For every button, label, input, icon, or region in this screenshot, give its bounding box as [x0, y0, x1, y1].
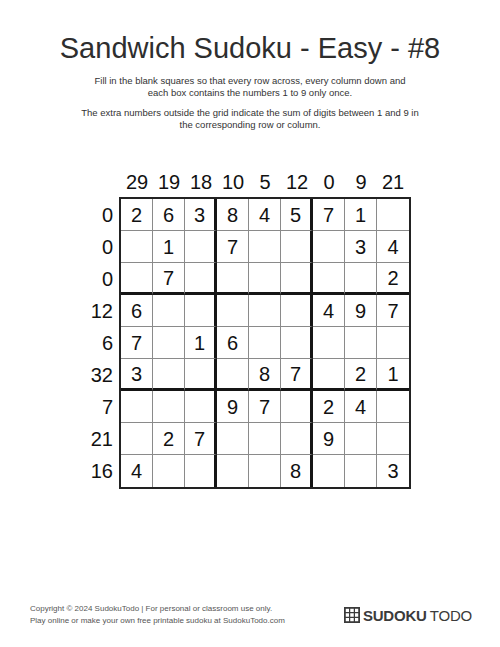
board-corner-spacer	[89, 168, 119, 197]
instruction-line: The extra numbers outside the grid indic…	[0, 107, 500, 119]
row-clue-7: 7	[89, 391, 119, 423]
cell-r1c6: 5	[281, 199, 313, 231]
cell-r6c9: 1	[377, 359, 409, 391]
cell-r7c3	[185, 391, 217, 423]
cell-r6c5: 8	[249, 359, 281, 391]
cell-r6c3	[185, 359, 217, 391]
cell-r7c8: 4	[345, 391, 377, 423]
logo-text-bold: SUDOKU	[363, 607, 427, 624]
cell-r5c6	[281, 327, 313, 359]
cell-r8c7: 9	[313, 423, 345, 455]
cell-r5c3: 1	[185, 327, 217, 359]
cell-r1c4: 8	[217, 199, 249, 231]
cell-r6c8: 2	[345, 359, 377, 391]
cell-r9c5	[249, 455, 281, 487]
instruction-line: Fill in the blank squares so that every …	[0, 75, 500, 87]
cell-r5c9	[377, 327, 409, 359]
cell-r1c8: 1	[345, 199, 377, 231]
row-clue-1: 0	[89, 199, 119, 231]
instruction-line: the corresponding row or column.	[0, 119, 500, 131]
cell-r3c9: 2	[377, 263, 409, 295]
cell-r3c1	[121, 263, 153, 295]
cell-r7c6	[281, 391, 313, 423]
cell-r3c5	[249, 263, 281, 295]
cell-r4c2	[153, 295, 185, 327]
cell-r2c8: 3	[345, 231, 377, 263]
cell-r6c4	[217, 359, 249, 391]
instructions-paragraph-1: Fill in the blank squares so that every …	[0, 75, 500, 99]
cell-r1c5: 4	[249, 199, 281, 231]
cell-r4c5	[249, 295, 281, 327]
cell-r2c3	[185, 231, 217, 263]
cell-r7c4: 9	[217, 391, 249, 423]
cell-r4c4	[217, 295, 249, 327]
cell-r2c4: 7	[217, 231, 249, 263]
cell-r2c6	[281, 231, 313, 263]
cell-r7c1	[121, 391, 153, 423]
cell-r7c7: 2	[313, 391, 345, 423]
cell-r4c6	[281, 295, 313, 327]
copyright-text: Copyright © 2024 SudokuTodo | For person…	[30, 603, 285, 627]
cell-r3c2: 7	[153, 263, 185, 295]
logo-text-light: TODO	[430, 607, 472, 624]
sudoku-grid: 263845711734726497716387219724279483	[119, 197, 411, 489]
cell-r3c8	[345, 263, 377, 295]
cell-r8c4	[217, 423, 249, 455]
cell-r8c9	[377, 423, 409, 455]
copyright-line: Copyright © 2024 SudokuTodo | For person…	[30, 603, 285, 615]
row-clue-2: 0	[89, 231, 119, 263]
cell-r4c3	[185, 295, 217, 327]
cell-r9c7	[313, 455, 345, 487]
instructions-paragraph-2: The extra numbers outside the grid indic…	[0, 107, 500, 131]
cell-r7c9	[377, 391, 409, 423]
cell-r3c7	[313, 263, 345, 295]
cell-r5c4: 6	[217, 327, 249, 359]
cell-r8c5	[249, 423, 281, 455]
cell-r1c7: 7	[313, 199, 345, 231]
row-clue-5: 6	[89, 327, 119, 359]
cell-r4c9: 7	[377, 295, 409, 327]
col-clue-2: 19	[153, 168, 185, 197]
cell-r1c2: 6	[153, 199, 185, 231]
cell-r6c1: 3	[121, 359, 153, 391]
footer-link-line: Play online or make your own free printa…	[30, 615, 285, 627]
cell-r2c7	[313, 231, 345, 263]
cell-r2c5	[249, 231, 281, 263]
cell-r5c2	[153, 327, 185, 359]
row-clue-6: 32	[89, 359, 119, 391]
cell-r5c7	[313, 327, 345, 359]
sudoku-grid-icon	[344, 607, 360, 623]
cell-r6c6: 7	[281, 359, 313, 391]
col-clue-4: 10	[217, 168, 249, 197]
cell-r2c9: 4	[377, 231, 409, 263]
col-clue-6: 12	[281, 168, 313, 197]
cell-r8c3: 7	[185, 423, 217, 455]
cell-r7c5: 7	[249, 391, 281, 423]
row-clue-4: 12	[89, 295, 119, 327]
col-clue-8: 9	[345, 168, 377, 197]
cell-r9c9: 3	[377, 455, 409, 487]
row-clue-3: 0	[89, 263, 119, 295]
sandwich-sudoku-board: 291918105120921 0001263272116 2638457117…	[89, 168, 411, 489]
cell-r9c6: 8	[281, 455, 313, 487]
cell-r5c1: 7	[121, 327, 153, 359]
col-clue-3: 18	[185, 168, 217, 197]
cell-r9c2	[153, 455, 185, 487]
cell-r5c5	[249, 327, 281, 359]
cell-r6c7	[313, 359, 345, 391]
cell-r1c3: 3	[185, 199, 217, 231]
cell-r2c1	[121, 231, 153, 263]
col-clue-7: 0	[313, 168, 345, 197]
cell-r6c2	[153, 359, 185, 391]
instruction-line: each box contains the numbers 1 to 9 onl…	[0, 87, 500, 99]
cell-r9c8	[345, 455, 377, 487]
cell-r2c2: 1	[153, 231, 185, 263]
puzzle-page: Sandwich Sudoku - Easy - #8 Fill in the …	[0, 30, 500, 489]
page-footer: Copyright © 2024 SudokuTodo | For person…	[30, 603, 472, 627]
cell-r9c4	[217, 455, 249, 487]
row-clue-8: 21	[89, 423, 119, 455]
cell-r8c8	[345, 423, 377, 455]
cell-r3c3	[185, 263, 217, 295]
sudokutodo-logo: SUDOKUTODO	[344, 607, 472, 624]
cell-r4c7: 4	[313, 295, 345, 327]
row-clues: 0001263272116	[89, 199, 119, 489]
column-clues: 291918105120921	[121, 168, 411, 197]
cell-r9c1: 4	[121, 455, 153, 487]
cell-r3c4	[217, 263, 249, 295]
cell-r8c1	[121, 423, 153, 455]
cell-r4c8: 9	[345, 295, 377, 327]
cell-r5c8	[345, 327, 377, 359]
cell-r9c3	[185, 455, 217, 487]
row-clue-9: 16	[89, 455, 119, 487]
instructions: Fill in the blank squares so that every …	[0, 75, 500, 131]
cell-r1c9	[377, 199, 409, 231]
cell-r3c6	[281, 263, 313, 295]
col-clue-1: 29	[121, 168, 153, 197]
cell-r8c2: 2	[153, 423, 185, 455]
page-title: Sandwich Sudoku - Easy - #8	[0, 30, 500, 66]
cell-r1c1: 2	[121, 199, 153, 231]
cell-r4c1: 6	[121, 295, 153, 327]
cell-r7c2	[153, 391, 185, 423]
cell-r8c6	[281, 423, 313, 455]
col-clue-9: 21	[377, 168, 409, 197]
col-clue-5: 5	[249, 168, 281, 197]
